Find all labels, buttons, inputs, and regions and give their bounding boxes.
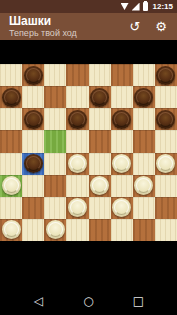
cell-r6c7[interactable] bbox=[155, 197, 177, 219]
cell-r4c5[interactable] bbox=[111, 153, 133, 175]
cell-r4c0[interactable] bbox=[0, 153, 22, 175]
cell-r6c3[interactable] bbox=[66, 197, 88, 219]
light-piece[interactable] bbox=[112, 154, 131, 173]
light-piece[interactable] bbox=[112, 198, 131, 217]
dark-piece[interactable] bbox=[112, 110, 131, 129]
cell-r5c1[interactable] bbox=[22, 175, 44, 197]
app-bar: Шашки Теперь твой ход ↺ ⚙ bbox=[0, 13, 177, 40]
cell-r0c1[interactable] bbox=[22, 64, 44, 86]
home-button[interactable]: ○ bbox=[82, 294, 96, 308]
light-piece[interactable] bbox=[68, 198, 87, 217]
cell-r6c4[interactable] bbox=[89, 197, 111, 219]
dark-piece[interactable] bbox=[2, 88, 21, 107]
cell-r3c2[interactable] bbox=[44, 130, 66, 152]
signal-icon bbox=[132, 3, 140, 11]
cell-r0c7[interactable] bbox=[155, 64, 177, 86]
dark-piece[interactable] bbox=[156, 110, 175, 129]
light-piece[interactable] bbox=[90, 176, 109, 195]
cell-r6c5[interactable] bbox=[111, 197, 133, 219]
light-piece[interactable] bbox=[2, 176, 21, 195]
cell-r2c0[interactable] bbox=[0, 108, 22, 130]
cell-r7c1[interactable] bbox=[22, 219, 44, 241]
cell-r4c6[interactable] bbox=[133, 153, 155, 175]
nav-bar: ◁ ○ □ bbox=[0, 293, 177, 309]
cell-r3c3[interactable] bbox=[66, 130, 88, 152]
cell-r7c4[interactable] bbox=[89, 219, 111, 241]
cell-r4c7[interactable] bbox=[155, 153, 177, 175]
cell-r5c3[interactable] bbox=[66, 175, 88, 197]
cell-r6c1[interactable] bbox=[22, 197, 44, 219]
cell-r2c3[interactable] bbox=[66, 108, 88, 130]
cell-r6c0[interactable] bbox=[0, 197, 22, 219]
dark-piece[interactable] bbox=[24, 154, 43, 173]
cell-r7c2[interactable] bbox=[44, 219, 66, 241]
light-piece[interactable] bbox=[68, 154, 87, 173]
dark-piece[interactable] bbox=[24, 110, 43, 129]
cell-r2c4[interactable] bbox=[89, 108, 111, 130]
cell-r0c2[interactable] bbox=[44, 64, 66, 86]
cell-r0c0[interactable] bbox=[0, 64, 22, 86]
dark-piece[interactable] bbox=[68, 110, 87, 129]
status-time: 12:15 bbox=[153, 0, 173, 13]
light-piece[interactable] bbox=[2, 220, 21, 239]
cell-r2c6[interactable] bbox=[133, 108, 155, 130]
light-piece[interactable] bbox=[156, 154, 175, 173]
screen: 12:15 Шашки Теперь твой ход ↺ ⚙ ◁ ○ □ bbox=[0, 0, 177, 315]
dark-piece[interactable] bbox=[24, 66, 43, 85]
wifi-icon bbox=[121, 3, 129, 10]
dark-piece[interactable] bbox=[134, 88, 153, 107]
cell-r4c3[interactable] bbox=[66, 153, 88, 175]
cell-r7c6[interactable] bbox=[133, 219, 155, 241]
cell-r3c0[interactable] bbox=[0, 130, 22, 152]
app-bar-titles: Шашки Теперь твой ход bbox=[9, 15, 128, 38]
cell-r0c5[interactable] bbox=[111, 64, 133, 86]
cell-r1c5[interactable] bbox=[111, 86, 133, 108]
dark-piece[interactable] bbox=[156, 66, 175, 85]
cell-r5c2[interactable] bbox=[44, 175, 66, 197]
turn-status: Теперь твой ход bbox=[9, 28, 128, 38]
cell-r7c5[interactable] bbox=[111, 219, 133, 241]
cell-r5c0[interactable] bbox=[0, 175, 22, 197]
cell-r1c1[interactable] bbox=[22, 86, 44, 108]
cell-r3c7[interactable] bbox=[155, 130, 177, 152]
light-piece[interactable] bbox=[46, 220, 65, 239]
cell-r1c2[interactable] bbox=[44, 86, 66, 108]
cell-r0c6[interactable] bbox=[133, 64, 155, 86]
cell-r0c4[interactable] bbox=[89, 64, 111, 86]
battery-icon bbox=[143, 2, 148, 11]
cell-r1c6[interactable] bbox=[133, 86, 155, 108]
cell-r3c6[interactable] bbox=[133, 130, 155, 152]
cell-r3c5[interactable] bbox=[111, 130, 133, 152]
cell-r7c3[interactable] bbox=[66, 219, 88, 241]
dark-piece[interactable] bbox=[90, 88, 109, 107]
cell-r2c1[interactable] bbox=[22, 108, 44, 130]
cell-r6c2[interactable] bbox=[44, 197, 66, 219]
cell-r4c2[interactable] bbox=[44, 153, 66, 175]
cell-r1c7[interactable] bbox=[155, 86, 177, 108]
cell-r3c4[interactable] bbox=[89, 130, 111, 152]
app-bar-actions: ↺ ⚙ bbox=[128, 20, 168, 34]
cell-r5c7[interactable] bbox=[155, 175, 177, 197]
cell-r5c6[interactable] bbox=[133, 175, 155, 197]
undo-icon[interactable]: ↺ bbox=[128, 20, 142, 34]
cell-r5c4[interactable] bbox=[89, 175, 111, 197]
cell-r4c4[interactable] bbox=[89, 153, 111, 175]
cell-r2c7[interactable] bbox=[155, 108, 177, 130]
status-bar: 12:15 bbox=[0, 0, 177, 13]
cell-r7c0[interactable] bbox=[0, 219, 22, 241]
board bbox=[0, 64, 177, 241]
cell-r3c1[interactable] bbox=[22, 130, 44, 152]
bottom-area: ◁ ○ □ bbox=[0, 241, 177, 315]
top-gap bbox=[0, 40, 177, 64]
cell-r5c5[interactable] bbox=[111, 175, 133, 197]
cell-r6c6[interactable] bbox=[133, 197, 155, 219]
settings-gear-icon[interactable]: ⚙ bbox=[154, 20, 168, 34]
cell-r1c4[interactable] bbox=[89, 86, 111, 108]
cell-r4c1[interactable] bbox=[22, 153, 44, 175]
cell-r2c5[interactable] bbox=[111, 108, 133, 130]
back-button[interactable]: ◁ bbox=[32, 294, 46, 308]
cell-r1c0[interactable] bbox=[0, 86, 22, 108]
cell-r7c7[interactable] bbox=[155, 219, 177, 241]
app-title: Шашки bbox=[9, 15, 128, 28]
cell-r0c3[interactable] bbox=[66, 64, 88, 86]
recents-button[interactable]: □ bbox=[132, 294, 146, 308]
cell-r1c3[interactable] bbox=[66, 86, 88, 108]
cell-r2c2[interactable] bbox=[44, 108, 66, 130]
light-piece[interactable] bbox=[134, 176, 153, 195]
